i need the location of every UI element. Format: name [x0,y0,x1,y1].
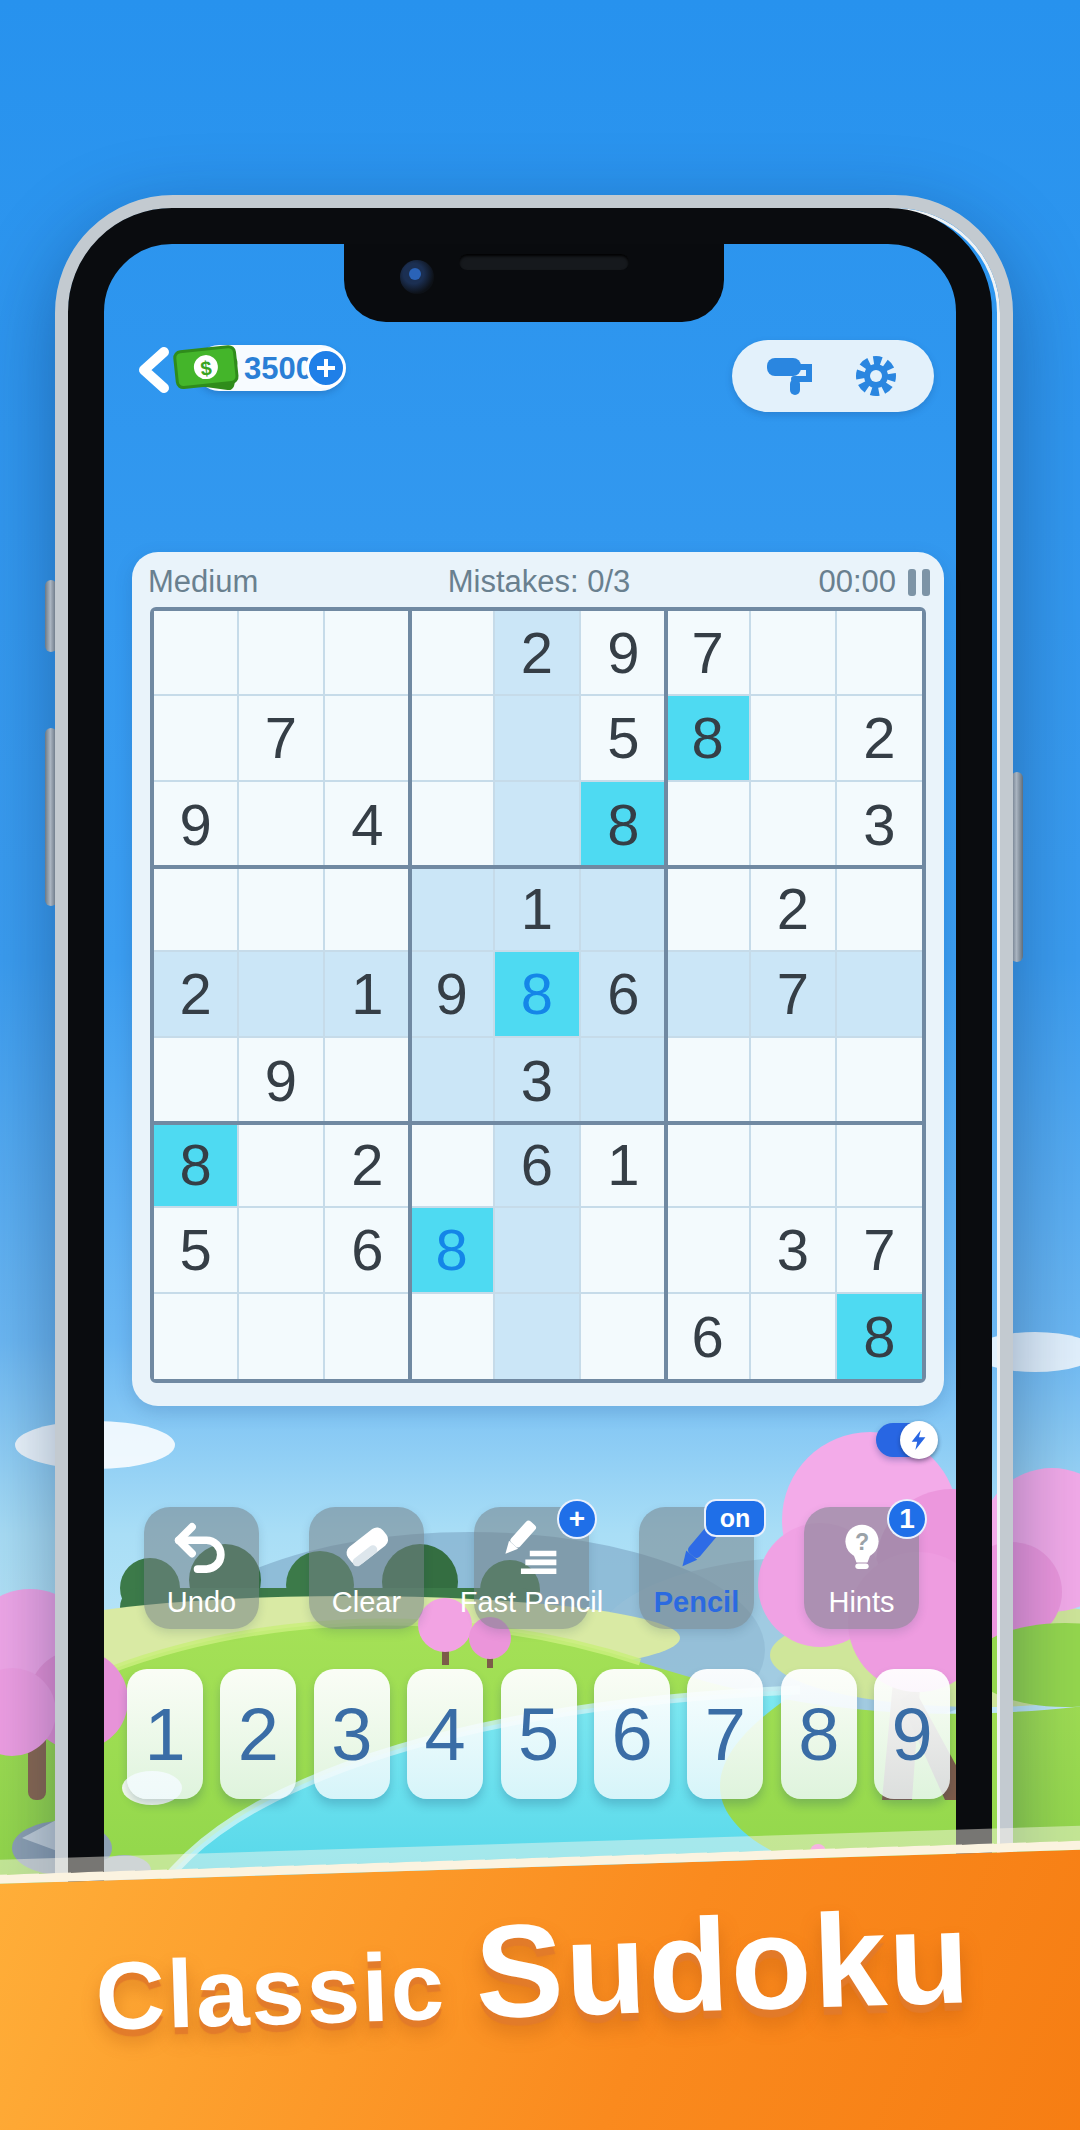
phone-notch [344,244,724,322]
sudoku-cell-r6c3[interactable] [325,1038,410,1123]
sudoku-cell-r4c5[interactable]: 1 [495,867,580,952]
sudoku-cell-r2c8[interactable] [751,696,836,781]
mistakes-label: Mistakes: 0/3 [388,564,690,600]
sudoku-cell-r5c5[interactable]: 8 [495,952,580,1037]
undo-button[interactable]: Undo [144,1507,259,1629]
banner-title: Classic Sudoku [0,1877,1080,2064]
fast-mode-toggle[interactable] [876,1423,936,1457]
sudoku-cell-r2c9[interactable]: 2 [837,696,922,781]
sudoku-cell-r9c2[interactable] [239,1294,324,1379]
front-camera [400,260,434,294]
sudoku-cell-r2c1[interactable] [154,696,239,781]
hint-bulb-icon: ? [831,1517,893,1579]
top-right-pill [732,340,934,412]
sudoku-cell-r3c9[interactable]: 3 [837,782,922,867]
svg-text:?: ? [854,1529,868,1555]
sudoku-cell-r7c9[interactable] [837,1123,922,1208]
undo-icon [171,1517,233,1579]
eraser-icon [336,1517,398,1579]
coin-counter[interactable]: $ 3500 [196,345,344,391]
timer-label: 00:00 [818,564,896,600]
sudoku-cell-r5c7[interactable] [666,952,751,1037]
sudoku-cell-r6c7[interactable] [666,1038,751,1123]
sudoku-cell-r5c2[interactable] [239,952,324,1037]
pencil-button[interactable]: on Pencil [639,1507,754,1629]
sudoku-cell-r3c7[interactable] [666,782,751,867]
sudoku-cell-r3c8[interactable] [751,782,836,867]
lightning-bolt-icon [908,1429,930,1451]
sudoku-cell-r6c8[interactable] [751,1038,836,1123]
cash-icon: $ [172,341,242,395]
grid-thick-line [154,1121,922,1125]
sudoku-cell-r9c7[interactable]: 6 [666,1294,751,1379]
hints-button[interactable]: 1 ? Hints [804,1507,919,1629]
sudoku-cell-r1c3[interactable] [325,611,410,696]
tool-label: Hints [828,1586,894,1619]
sudoku-cell-r4c8[interactable]: 2 [751,867,836,952]
sudoku-cell-r5c9[interactable] [837,952,922,1037]
sudoku-cell-r1c4[interactable] [410,611,495,696]
sudoku-cell-r7c1[interactable]: 8 [154,1123,239,1208]
sudoku-card: Medium Mistakes: 0/3 00:00 2977582948312… [132,552,944,1406]
tool-label: Undo [167,1586,236,1619]
sudoku-cell-r7c7[interactable] [666,1123,751,1208]
card-header: Medium Mistakes: 0/3 00:00 [148,560,930,604]
sudoku-cell-r5c3[interactable]: 1 [325,952,410,1037]
sudoku-cell-r2c5[interactable] [495,696,580,781]
svg-text:$: $ [199,357,212,380]
sudoku-cell-r4c7[interactable] [666,867,751,952]
sudoku-cell-r1c8[interactable] [751,611,836,696]
sudoku-cell-r3c6[interactable]: 8 [581,782,666,867]
numpad-key-6[interactable]: 6 [594,1669,670,1799]
sudoku-cell-r9c9[interactable]: 8 [837,1294,922,1379]
bottom-banner: Classic Sudoku [0,1839,1080,2130]
sudoku-cell-r3c5[interactable] [495,782,580,867]
coin-count: 3500 [244,351,313,387]
sudoku-cell-r4c6[interactable] [581,867,666,952]
sudoku-cell-r8c9[interactable]: 7 [837,1208,922,1293]
numpad-key-2[interactable]: 2 [220,1669,296,1799]
sudoku-cell-r3c1[interactable]: 9 [154,782,239,867]
sudoku-cell-r6c4[interactable] [410,1038,495,1123]
sudoku-cell-r7c8[interactable] [751,1123,836,1208]
hints-badge: 1 [887,1499,927,1539]
sudoku-cell-r9c5[interactable] [495,1294,580,1379]
number-pad: 123456789 [104,1669,964,1801]
timer-area: 00:00 [690,564,930,600]
sudoku-cell-r1c6[interactable]: 9 [581,611,666,696]
sudoku-cell-r3c2[interactable] [239,782,324,867]
grid-thick-line [154,865,922,869]
sudoku-cell-r6c9[interactable] [837,1038,922,1123]
sudoku-cell-r9c8[interactable] [751,1294,836,1379]
gear-icon[interactable] [847,347,905,405]
numpad-key-5[interactable]: 5 [501,1669,577,1799]
numpad-key-8[interactable]: 8 [781,1669,857,1799]
pause-icon[interactable] [908,569,930,596]
sudoku-cell-r1c7[interactable]: 7 [666,611,751,696]
phone-screen: $ 3500 Medium Mistakes: 0/3 00:00 29 [104,244,964,1944]
banner-word-sudoku: Sudoku [473,1881,973,2048]
sudoku-cell-r2c6[interactable]: 5 [581,696,666,781]
sudoku-cell-r5c4[interactable]: 9 [410,952,495,1037]
sudoku-cell-r9c3[interactable] [325,1294,410,1379]
sudoku-cell-r6c5[interactable]: 3 [495,1038,580,1123]
sudoku-cell-r7c5[interactable]: 6 [495,1123,580,1208]
sudoku-cell-r1c2[interactable] [239,611,324,696]
numpad-key-1[interactable]: 1 [127,1669,203,1799]
sudoku-cell-r4c1[interactable] [154,867,239,952]
sudoku-cell-r9c6[interactable] [581,1294,666,1379]
numpad-key-3[interactable]: 3 [314,1669,390,1799]
numpad-key-9[interactable]: 9 [874,1669,950,1799]
tool-label: Clear [332,1586,401,1619]
sudoku-cell-r8c5[interactable] [495,1208,580,1293]
sudoku-cell-r8c8[interactable]: 3 [751,1208,836,1293]
sudoku-cell-r8c3[interactable]: 6 [325,1208,410,1293]
toggle-knob [900,1421,938,1459]
sudoku-cell-r4c2[interactable] [239,867,324,952]
sudoku-cell-r5c1[interactable]: 2 [154,952,239,1037]
sudoku-cell-r2c7[interactable]: 8 [666,696,751,781]
sudoku-cell-r1c1[interactable] [154,611,239,696]
sudoku-cell-r3c4[interactable] [410,782,495,867]
tool-label: Pencil [654,1586,739,1619]
sudoku-cell-r1c5[interactable]: 2 [495,611,580,696]
sudoku-cell-r7c6[interactable]: 1 [581,1123,666,1208]
sudoku-cell-r4c9[interactable] [837,867,922,952]
sudoku-cell-r8c7[interactable] [666,1208,751,1293]
fast-pencil-badge: + [557,1499,597,1539]
plus-icon[interactable] [306,348,346,388]
sudoku-cell-r9c1[interactable] [154,1294,239,1379]
sudoku-cell-r2c3[interactable] [325,696,410,781]
pencil-on-badge: on [704,1499,766,1537]
sudoku-cell-r3c3[interactable]: 4 [325,782,410,867]
sudoku-cell-r4c3[interactable] [325,867,410,952]
difficulty-label: Medium [148,564,388,600]
sudoku-cell-r1c9[interactable] [837,611,922,696]
tool-label: Fast Pencil [460,1586,603,1619]
paint-roller-icon[interactable] [761,348,817,404]
fast-pencil-button[interactable]: + Fast Pencil [474,1507,589,1629]
banner-word-classic: Classic [94,1931,448,2052]
sudoku-cell-r5c6[interactable]: 6 [581,952,666,1037]
sudoku-cell-r6c6[interactable] [581,1038,666,1123]
numpad-key-4[interactable]: 4 [407,1669,483,1799]
sudoku-cell-r4c4[interactable] [410,867,495,952]
grid-thick-line [664,611,668,1379]
fast-pencil-icon [501,1517,563,1579]
numpad-key-7[interactable]: 7 [687,1669,763,1799]
speaker-slit [459,254,629,270]
sudoku-cell-r5c8[interactable]: 7 [751,952,836,1037]
sudoku-cell-r2c4[interactable] [410,696,495,781]
clear-button[interactable]: Clear [309,1507,424,1629]
sudoku-cell-r8c4[interactable]: 8 [410,1208,495,1293]
sudoku-cell-r8c2[interactable] [239,1208,324,1293]
sudoku-cell-r8c6[interactable] [581,1208,666,1293]
sudoku-cell-r6c2[interactable]: 9 [239,1038,324,1123]
sudoku-cell-r8c1[interactable]: 5 [154,1208,239,1293]
sudoku-grid: 29775829483122198679382615683768 [150,607,926,1383]
sudoku-cell-r2c2[interactable]: 7 [239,696,324,781]
sudoku-cell-r9c4[interactable] [410,1294,495,1379]
sudoku-cell-r7c3[interactable]: 2 [325,1123,410,1208]
tool-bar: Undo Clear + Fast Pencil o [104,1507,964,1631]
grid-thick-line [408,611,412,1379]
sudoku-cell-r7c2[interactable] [239,1123,324,1208]
sudoku-cell-r7c4[interactable] [410,1123,495,1208]
sudoku-cell-r6c1[interactable] [154,1038,239,1123]
